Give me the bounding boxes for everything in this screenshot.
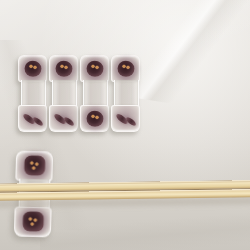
chopstick-rest (49, 55, 78, 132)
gold-speck (64, 65, 67, 68)
twin-oval-blob (112, 106, 139, 131)
rest-top-section (111, 55, 140, 82)
gold-speck (95, 65, 98, 68)
rest-top-section (18, 55, 47, 82)
rest-middle-section (52, 80, 77, 107)
plum-oval (32, 116, 45, 127)
gold-speck (91, 114, 94, 117)
gold-speck (126, 65, 129, 68)
plum-oval (125, 116, 138, 127)
rest-bottom-section (80, 105, 109, 132)
rest-top-section (49, 55, 78, 82)
gold-speck (33, 219, 36, 222)
twin-oval-blob (19, 106, 46, 131)
gold-speck (122, 64, 125, 67)
gold-speck (28, 217, 31, 220)
rest-bottom-section (14, 207, 52, 238)
chopsticks (0, 180, 250, 204)
rest-top-section (15, 151, 53, 182)
gold-speck (32, 167, 35, 170)
photo-scene (0, 0, 250, 250)
plum-dot-blob (23, 155, 45, 176)
rest-bottom-section (49, 105, 78, 132)
plum-dot-blob (117, 60, 134, 76)
paper-crease (40, 205, 250, 250)
chopstick-rest (18, 55, 47, 132)
plum-dot-blob (86, 110, 103, 126)
rest-middle-section (83, 80, 108, 107)
plum-oval (63, 116, 76, 127)
rest-bottom-section (18, 105, 47, 132)
gold-speck (95, 115, 98, 118)
plum-dot-blob (86, 60, 103, 76)
rest-middle-section (114, 80, 139, 107)
gold-speck (91, 64, 94, 67)
gold-speck (29, 64, 32, 67)
gold-speck (60, 64, 63, 67)
gold-speck (33, 65, 36, 68)
rest-top-section (80, 55, 109, 82)
plum-dot-blob (24, 60, 41, 76)
rest-bottom-section (111, 105, 140, 132)
chopstick-rest (80, 55, 109, 132)
plum-dot-blob (22, 211, 44, 232)
rest-middle-section (21, 80, 46, 107)
chopstick-rest-row (18, 55, 140, 132)
gold-speck (30, 223, 33, 226)
plum-dot-blob (55, 60, 72, 76)
chopstick-rest (111, 55, 140, 132)
gold-speck (35, 163, 38, 166)
gold-speck (30, 161, 33, 164)
twin-oval-blob (50, 106, 77, 131)
